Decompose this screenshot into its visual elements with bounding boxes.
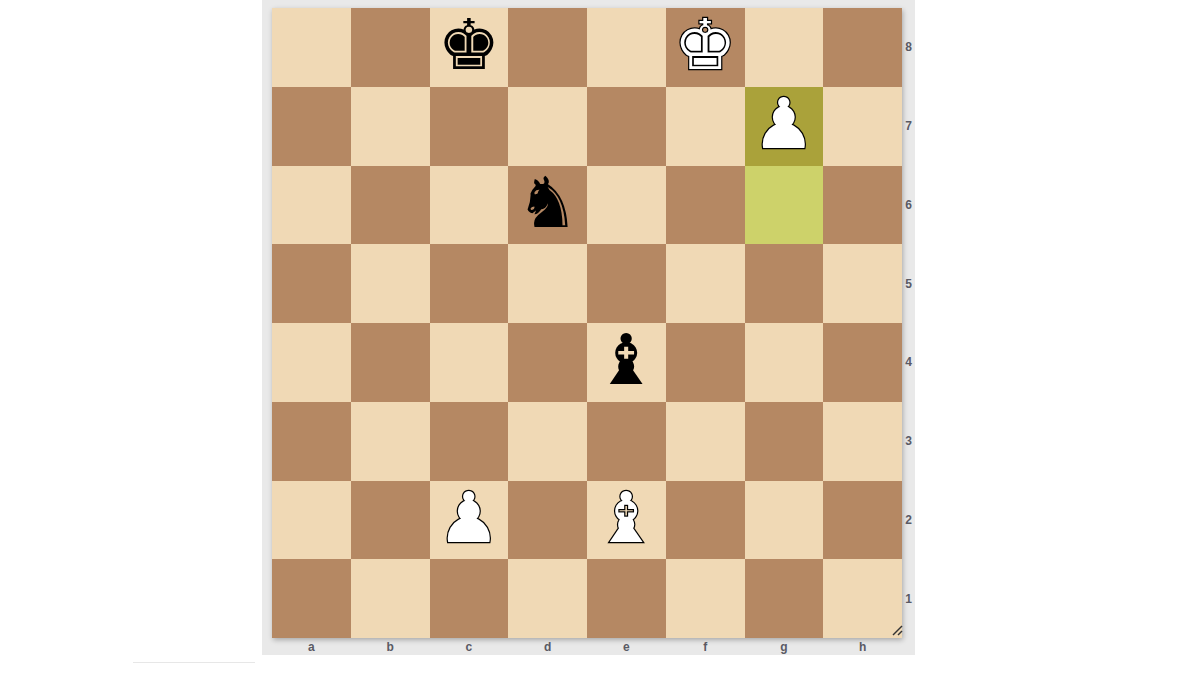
square-f3[interactable] <box>666 402 745 481</box>
square-g5[interactable] <box>745 244 824 323</box>
square-d2[interactable] <box>508 481 587 560</box>
square-h7[interactable] <box>823 87 902 166</box>
square-b4[interactable] <box>351 323 430 402</box>
square-f2[interactable] <box>666 481 745 560</box>
rank-coordinates: 87654321 <box>902 8 915 638</box>
white-king-f8[interactable]: ♚ <box>674 10 737 80</box>
square-g7[interactable]: ♟ <box>745 87 824 166</box>
square-b3[interactable] <box>351 402 430 481</box>
square-g4[interactable] <box>745 323 824 402</box>
file-label-g: g <box>745 638 824 655</box>
square-g3[interactable] <box>745 402 824 481</box>
square-d5[interactable] <box>508 244 587 323</box>
square-c4[interactable] <box>430 323 509 402</box>
rank-label-6: 6 <box>902 166 915 245</box>
rank-label-8: 8 <box>902 8 915 87</box>
square-d3[interactable] <box>508 402 587 481</box>
square-c1[interactable] <box>430 559 509 638</box>
square-a3[interactable] <box>272 402 351 481</box>
square-b8[interactable] <box>351 8 430 87</box>
file-label-h: h <box>823 638 902 655</box>
square-a2[interactable] <box>272 481 351 560</box>
square-c7[interactable] <box>430 87 509 166</box>
file-label-c: c <box>430 638 509 655</box>
square-c3[interactable] <box>430 402 509 481</box>
square-d8[interactable] <box>508 8 587 87</box>
page-divider <box>133 662 255 663</box>
square-a5[interactable] <box>272 244 351 323</box>
square-g2[interactable] <box>745 481 824 560</box>
black-bishop-e4[interactable]: ♝ <box>595 325 658 395</box>
rank-label-3: 3 <box>902 402 915 481</box>
file-label-a: a <box>272 638 351 655</box>
square-f4[interactable] <box>666 323 745 402</box>
rank-label-1: 1 <box>902 559 915 638</box>
square-c6[interactable] <box>430 166 509 245</box>
file-label-e: e <box>587 638 666 655</box>
square-b6[interactable] <box>351 166 430 245</box>
square-h4[interactable] <box>823 323 902 402</box>
square-f8[interactable]: ♚ <box>666 8 745 87</box>
square-e3[interactable] <box>587 402 666 481</box>
square-e2[interactable]: ♝ <box>587 481 666 560</box>
square-b7[interactable] <box>351 87 430 166</box>
square-e8[interactable] <box>587 8 666 87</box>
file-label-b: b <box>351 638 430 655</box>
rank-label-7: 7 <box>902 87 915 166</box>
file-label-d: d <box>508 638 587 655</box>
square-a8[interactable] <box>272 8 351 87</box>
chess-board[interactable]: ♚♚♟♞♝♟♝ <box>272 8 902 638</box>
square-c2[interactable]: ♟ <box>430 481 509 560</box>
square-e6[interactable] <box>587 166 666 245</box>
square-h3[interactable] <box>823 402 902 481</box>
square-h6[interactable] <box>823 166 902 245</box>
file-label-f: f <box>666 638 745 655</box>
square-h2[interactable] <box>823 481 902 560</box>
square-b2[interactable] <box>351 481 430 560</box>
square-a7[interactable] <box>272 87 351 166</box>
square-e7[interactable] <box>587 87 666 166</box>
rank-label-2: 2 <box>902 481 915 560</box>
white-pawn-g7[interactable]: ♟ <box>752 89 815 159</box>
square-d7[interactable] <box>508 87 587 166</box>
square-e1[interactable] <box>587 559 666 638</box>
square-g1[interactable] <box>745 559 824 638</box>
square-a6[interactable] <box>272 166 351 245</box>
white-bishop-e2[interactable]: ♝ <box>595 483 658 553</box>
rank-label-4: 4 <box>902 323 915 402</box>
square-e5[interactable] <box>587 244 666 323</box>
square-h8[interactable] <box>823 8 902 87</box>
chess-board-panel: ♚♚♟♞♝♟♝ abcdefgh 87654321 <box>262 0 915 655</box>
black-king-c8[interactable]: ♚ <box>437 10 500 80</box>
square-e4[interactable]: ♝ <box>587 323 666 402</box>
square-f6[interactable] <box>666 166 745 245</box>
square-f5[interactable] <box>666 244 745 323</box>
square-d6[interactable]: ♞ <box>508 166 587 245</box>
square-c5[interactable] <box>430 244 509 323</box>
square-g8[interactable] <box>745 8 824 87</box>
square-a1[interactable] <box>272 559 351 638</box>
white-pawn-c2[interactable]: ♟ <box>437 483 500 553</box>
square-h5[interactable] <box>823 244 902 323</box>
resize-grip-icon[interactable] <box>890 622 903 635</box>
square-f1[interactable] <box>666 559 745 638</box>
square-a4[interactable] <box>272 323 351 402</box>
square-f7[interactable] <box>666 87 745 166</box>
rank-label-5: 5 <box>902 244 915 323</box>
square-b1[interactable] <box>351 559 430 638</box>
file-coordinates: abcdefgh <box>272 638 902 655</box>
square-b5[interactable] <box>351 244 430 323</box>
square-d4[interactable] <box>508 323 587 402</box>
square-c8[interactable]: ♚ <box>430 8 509 87</box>
black-knight-d6[interactable]: ♞ <box>516 168 579 238</box>
square-g6[interactable] <box>745 166 824 245</box>
square-d1[interactable] <box>508 559 587 638</box>
